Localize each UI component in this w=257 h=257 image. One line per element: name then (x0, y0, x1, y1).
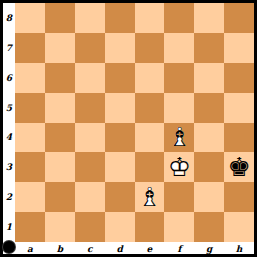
square-d3[interactable] (105, 152, 135, 182)
square-e5[interactable] (135, 93, 165, 123)
white-king-glyph: ♔ (165, 153, 193, 181)
square-b8[interactable] (45, 3, 75, 33)
file-label-e: e (135, 242, 165, 254)
square-f7[interactable] (164, 33, 194, 63)
white-king-f3[interactable]: ♚♔ (165, 153, 193, 181)
square-b5[interactable] (45, 93, 75, 123)
rank-label-8: 8 (3, 3, 15, 33)
rank-label-6: 6 (3, 63, 15, 93)
rank-label-4: 4 (3, 123, 15, 153)
rank-label-7: 7 (3, 33, 15, 63)
black-king-h3[interactable]: ♚ (225, 153, 253, 181)
square-h7[interactable] (224, 33, 254, 63)
white-bishop-glyph: ♗ (135, 183, 163, 211)
square-d8[interactable] (105, 3, 135, 33)
black-to-move-indicator (3, 241, 15, 253)
square-f4[interactable]: ♝♗ (164, 123, 194, 153)
square-a7[interactable] (15, 33, 45, 63)
file-label-a: a (15, 242, 45, 254)
white-bishop-f4[interactable]: ♝♗ (165, 123, 193, 151)
square-g2[interactable] (194, 182, 224, 212)
rank-label-2: 2 (3, 182, 15, 212)
square-e1[interactable] (135, 212, 165, 242)
square-e8[interactable] (135, 3, 165, 33)
square-h2[interactable] (224, 182, 254, 212)
square-c6[interactable] (75, 63, 105, 93)
square-f6[interactable] (164, 63, 194, 93)
square-g6[interactable] (194, 63, 224, 93)
square-g5[interactable] (194, 93, 224, 123)
square-b3[interactable] (45, 152, 75, 182)
square-e2[interactable]: ♝♗ (135, 182, 165, 212)
square-a2[interactable] (15, 182, 45, 212)
chess-diagram: 87654321 ♝♗♚♔♚♝♗ abcdefgh (0, 0, 257, 257)
square-h5[interactable] (224, 93, 254, 123)
square-a3[interactable] (15, 152, 45, 182)
rank-label-5: 5 (3, 93, 15, 123)
file-label-b: b (45, 242, 75, 254)
board: ♝♗♚♔♚♝♗ (15, 3, 254, 242)
file-label-g: g (194, 242, 224, 254)
square-h3[interactable]: ♚ (224, 152, 254, 182)
square-h6[interactable] (224, 63, 254, 93)
square-b7[interactable] (45, 33, 75, 63)
square-c4[interactable] (75, 123, 105, 153)
square-g3[interactable] (194, 152, 224, 182)
square-g1[interactable] (194, 212, 224, 242)
white-bishop-e2[interactable]: ♝♗ (135, 183, 163, 211)
square-a1[interactable] (15, 212, 45, 242)
square-f1[interactable] (164, 212, 194, 242)
square-c1[interactable] (75, 212, 105, 242)
file-label-h: h (224, 242, 254, 254)
square-a8[interactable] (15, 3, 45, 33)
square-f8[interactable] (164, 3, 194, 33)
square-h8[interactable] (224, 3, 254, 33)
white-bishop-glyph: ♗ (165, 123, 193, 151)
file-label-f: f (164, 242, 194, 254)
square-b2[interactable] (45, 182, 75, 212)
rank-label-3: 3 (3, 152, 15, 182)
square-f3[interactable]: ♚♔ (164, 152, 194, 182)
black-king-glyph: ♚ (225, 153, 253, 181)
square-h1[interactable] (224, 212, 254, 242)
rank-labels: 87654321 (3, 3, 15, 242)
square-b1[interactable] (45, 212, 75, 242)
square-d6[interactable] (105, 63, 135, 93)
square-f2[interactable] (164, 182, 194, 212)
square-e6[interactable] (135, 63, 165, 93)
square-c3[interactable] (75, 152, 105, 182)
square-e3[interactable] (135, 152, 165, 182)
file-labels: abcdefgh (15, 242, 254, 254)
square-d5[interactable] (105, 93, 135, 123)
square-g4[interactable] (194, 123, 224, 153)
square-a6[interactable] (15, 63, 45, 93)
square-c8[interactable] (75, 3, 105, 33)
square-e7[interactable] (135, 33, 165, 63)
square-f5[interactable] (164, 93, 194, 123)
square-c7[interactable] (75, 33, 105, 63)
square-d1[interactable] (105, 212, 135, 242)
square-d7[interactable] (105, 33, 135, 63)
rank-label-1: 1 (3, 212, 15, 242)
square-h4[interactable] (224, 123, 254, 153)
square-b4[interactable] (45, 123, 75, 153)
square-d2[interactable] (105, 182, 135, 212)
square-d4[interactable] (105, 123, 135, 153)
square-c2[interactable] (75, 182, 105, 212)
file-label-c: c (75, 242, 105, 254)
square-c5[interactable] (75, 93, 105, 123)
square-b6[interactable] (45, 63, 75, 93)
corner-cell (3, 242, 15, 254)
square-a5[interactable] (15, 93, 45, 123)
square-g8[interactable] (194, 3, 224, 33)
square-g7[interactable] (194, 33, 224, 63)
file-label-d: d (105, 242, 135, 254)
square-a4[interactable] (15, 123, 45, 153)
square-e4[interactable] (135, 123, 165, 153)
